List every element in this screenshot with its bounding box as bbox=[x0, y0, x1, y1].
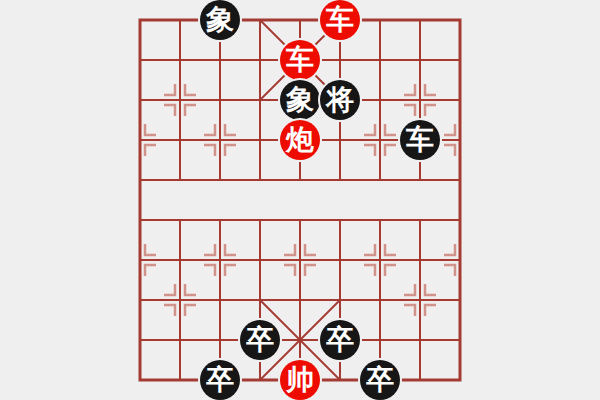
star-point-mark bbox=[425, 284, 436, 295]
star-point-mark bbox=[145, 124, 156, 135]
piece-black-soldier[interactable]: 卒 bbox=[320, 320, 360, 360]
star-point-mark bbox=[204, 265, 215, 276]
piece-red-chariot[interactable]: 车 bbox=[320, 0, 360, 40]
star-point-mark bbox=[225, 145, 236, 156]
piece-black-soldier[interactable]: 卒 bbox=[200, 360, 240, 400]
star-point-mark bbox=[404, 305, 415, 316]
star-point-mark bbox=[305, 265, 316, 276]
star-point-mark bbox=[364, 265, 375, 276]
star-point-mark bbox=[225, 265, 236, 276]
star-point-mark bbox=[425, 84, 436, 95]
piece-black-elephant[interactable]: 象 bbox=[280, 80, 320, 120]
piece-red-chariot[interactable]: 车 bbox=[280, 40, 320, 80]
star-point-mark bbox=[305, 244, 316, 255]
star-point-mark bbox=[185, 84, 196, 95]
star-point-mark bbox=[204, 124, 215, 135]
star-point-mark bbox=[185, 105, 196, 116]
piece-red-general[interactable]: 帅 bbox=[280, 360, 320, 400]
star-point-mark bbox=[444, 244, 455, 255]
star-point-mark bbox=[444, 145, 455, 156]
piece-black-soldier[interactable]: 卒 bbox=[360, 360, 400, 400]
star-point-mark bbox=[404, 105, 415, 116]
piece-red-cannon[interactable]: 炮 bbox=[280, 120, 320, 160]
star-point-mark bbox=[385, 244, 396, 255]
star-point-mark bbox=[145, 244, 156, 255]
star-point-mark bbox=[185, 305, 196, 316]
star-point-mark bbox=[145, 265, 156, 276]
piece-black-chariot[interactable]: 车 bbox=[400, 120, 440, 160]
star-point-mark bbox=[145, 145, 156, 156]
star-point-mark bbox=[404, 84, 415, 95]
star-point-mark bbox=[425, 105, 436, 116]
star-point-mark bbox=[385, 124, 396, 135]
star-point-mark bbox=[204, 244, 215, 255]
piece-black-general[interactable]: 将 bbox=[320, 80, 360, 120]
star-point-mark bbox=[444, 265, 455, 276]
piece-black-elephant[interactable]: 象 bbox=[200, 0, 240, 40]
star-point-mark bbox=[164, 105, 175, 116]
star-point-mark bbox=[364, 244, 375, 255]
star-point-mark bbox=[404, 284, 415, 295]
star-point-mark bbox=[364, 124, 375, 135]
star-point-mark bbox=[364, 145, 375, 156]
star-point-mark bbox=[164, 284, 175, 295]
star-point-mark bbox=[425, 305, 436, 316]
star-point-mark bbox=[164, 305, 175, 316]
piece-black-soldier[interactable]: 卒 bbox=[240, 320, 280, 360]
star-point-mark bbox=[164, 84, 175, 95]
star-point-mark bbox=[225, 124, 236, 135]
star-point-mark bbox=[284, 244, 295, 255]
star-point-mark bbox=[284, 265, 295, 276]
star-point-mark bbox=[444, 124, 455, 135]
xiangqi-board: 象车车象将炮车卒卒卒帅卒 bbox=[0, 0, 600, 400]
star-point-mark bbox=[385, 145, 396, 156]
star-point-mark bbox=[185, 284, 196, 295]
star-point-mark bbox=[385, 265, 396, 276]
star-point-mark bbox=[204, 145, 215, 156]
star-point-mark bbox=[225, 244, 236, 255]
